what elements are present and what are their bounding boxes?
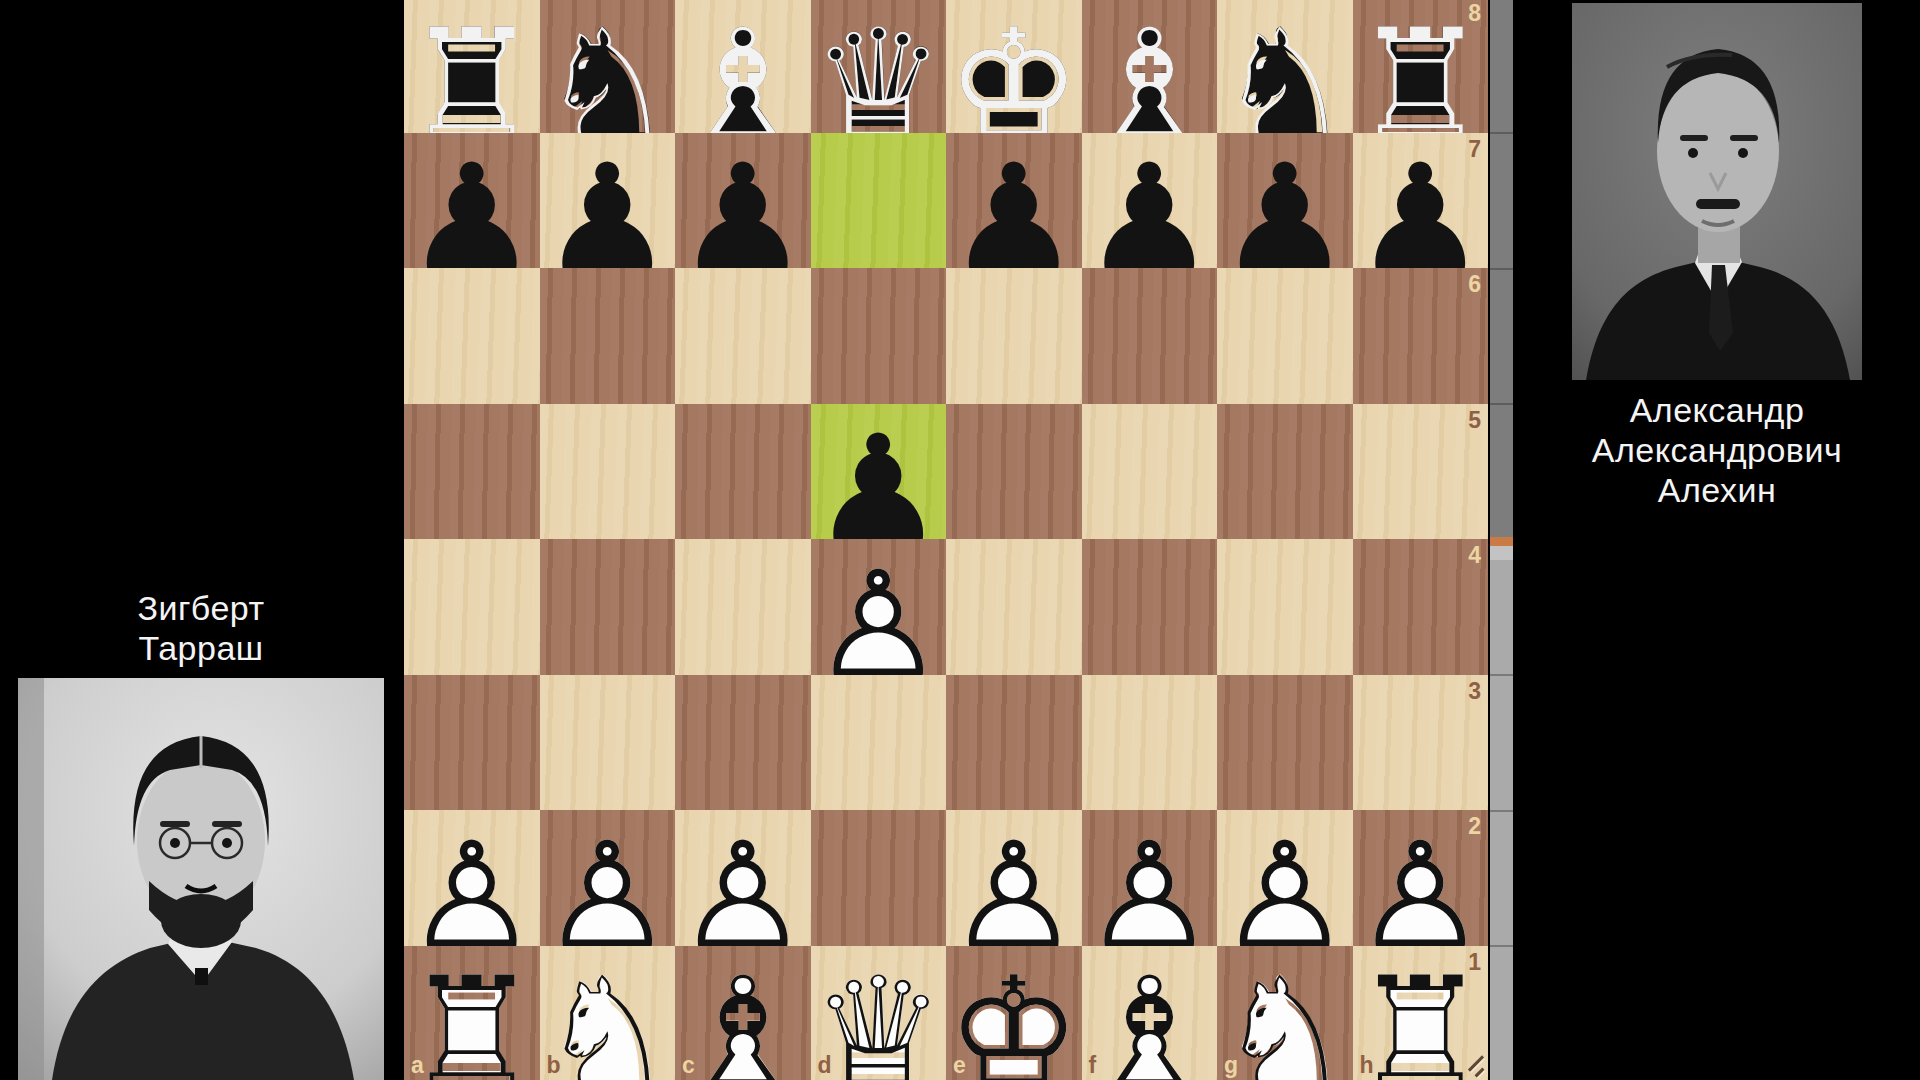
chess-board[interactable]: ♜♖♞♘♝♗♛♕♚♔♝♗♞♘8♜♖♟♙♟♙♟♙♟♙♟♙♟♙7♟♙6♟♙5♟♙43… — [404, 0, 1488, 1080]
square-e6[interactable] — [946, 268, 1082, 404]
square-a1[interactable]: a♜♖ — [404, 946, 540, 1080]
white-bishop-f1[interactable]: ♝♗ — [1082, 946, 1218, 1080]
square-d6[interactable] — [811, 268, 947, 404]
square-a6[interactable] — [404, 268, 540, 404]
square-a3[interactable] — [404, 675, 540, 811]
square-h6[interactable]: 6 — [1353, 268, 1489, 404]
black-rook-h8[interactable]: ♜♖ — [1353, 0, 1489, 133]
square-e5[interactable] — [946, 404, 1082, 540]
square-g5[interactable] — [1217, 404, 1353, 540]
alekhine-photo — [1572, 3, 1862, 380]
board-scrollbar[interactable] — [1490, 0, 1513, 1080]
white-pawn-e2[interactable]: ♟♙ — [946, 810, 1082, 946]
square-g8[interactable]: ♞♘ — [1217, 0, 1353, 133]
black-queen-d8[interactable]: ♛♕ — [811, 0, 947, 133]
square-c1[interactable]: c♝♗ — [675, 946, 811, 1080]
player-name-line: Александр — [1552, 390, 1882, 430]
white-pawn-d4[interactable]: ♟♙ — [811, 539, 947, 675]
rank-label-3: 3 — [1468, 680, 1481, 703]
square-e4[interactable] — [946, 539, 1082, 675]
player-name-line: Александрович — [1552, 430, 1882, 470]
square-f7[interactable]: ♟♙ — [1082, 133, 1218, 269]
square-f8[interactable]: ♝♗ — [1082, 0, 1218, 133]
square-f4[interactable] — [1082, 539, 1218, 675]
square-e8[interactable]: ♚♔ — [946, 0, 1082, 133]
black-rook-a8[interactable]: ♜♖ — [404, 0, 540, 133]
black-bishop-c8[interactable]: ♝♗ — [675, 0, 811, 133]
scrollbar-position-marker — [1490, 537, 1513, 546]
square-c2[interactable]: ♟♙ — [675, 810, 811, 946]
square-h2[interactable]: 2♟♙ — [1353, 810, 1489, 946]
player-name-line: Зигберт — [18, 588, 384, 628]
square-d7[interactable] — [811, 133, 947, 269]
square-c8[interactable]: ♝♗ — [675, 0, 811, 133]
rank-label-4: 4 — [1468, 544, 1481, 567]
black-pawn-c7[interactable]: ♟♙ — [675, 133, 811, 269]
rank-label-6: 6 — [1468, 273, 1481, 296]
square-b8[interactable]: ♞♘ — [540, 0, 676, 133]
square-b2[interactable]: ♟♙ — [540, 810, 676, 946]
square-a8[interactable]: ♜♖ — [404, 0, 540, 133]
white-pawn-c2[interactable]: ♟♙ — [675, 810, 811, 946]
square-e2[interactable]: ♟♙ — [946, 810, 1082, 946]
black-pawn-d5[interactable]: ♟♙ — [811, 404, 947, 540]
white-pawn-h2[interactable]: ♟♙ — [1353, 810, 1489, 946]
square-a2[interactable]: ♟♙ — [404, 810, 540, 946]
square-g2[interactable]: ♟♙ — [1217, 810, 1353, 946]
square-b3[interactable] — [540, 675, 676, 811]
square-b1[interactable]: b♞♘ — [540, 946, 676, 1080]
square-e1[interactable]: e♚♔ — [946, 946, 1082, 1080]
white-knight-b1[interactable]: ♞♘ — [540, 946, 676, 1080]
square-b6[interactable] — [540, 268, 676, 404]
square-g4[interactable] — [1217, 539, 1353, 675]
square-d5[interactable]: ♟♙ — [811, 404, 947, 540]
square-b5[interactable] — [540, 404, 676, 540]
black-king-e8[interactable]: ♚♔ — [946, 0, 1082, 133]
white-pawn-g2[interactable]: ♟♙ — [1217, 810, 1353, 946]
square-h4[interactable]: 4 — [1353, 539, 1489, 675]
tarrasch-photo — [18, 678, 384, 1080]
square-g7[interactable]: ♟♙ — [1217, 133, 1353, 269]
app-window: Зигберт Тарраш ♜♖♞♘♝♗♛♕♚♔♝♗♞♘8♜♖♟♙♟♙♟♙♟♙… — [0, 0, 1920, 1080]
white-queen-d1[interactable]: ♛♕ — [811, 946, 947, 1080]
white-rook-a1[interactable]: ♜♖ — [404, 946, 540, 1080]
square-c6[interactable] — [675, 268, 811, 404]
square-e7[interactable]: ♟♙ — [946, 133, 1082, 269]
square-c3[interactable] — [675, 675, 811, 811]
square-d4[interactable]: ♟♙ — [811, 539, 947, 675]
square-f6[interactable] — [1082, 268, 1218, 404]
square-h7[interactable]: 7♟♙ — [1353, 133, 1489, 269]
player-name-line: Тарраш — [18, 628, 384, 668]
square-a4[interactable] — [404, 539, 540, 675]
black-pawn-b7[interactable]: ♟♙ — [540, 133, 676, 269]
square-c7[interactable]: ♟♙ — [675, 133, 811, 269]
player-name-line: Алехин — [1552, 470, 1882, 510]
black-pawn-g7[interactable]: ♟♙ — [1217, 133, 1353, 269]
square-f2[interactable]: ♟♙ — [1082, 810, 1218, 946]
square-b7[interactable]: ♟♙ — [540, 133, 676, 269]
black-pawn-f7[interactable]: ♟♙ — [1082, 133, 1218, 269]
square-f3[interactable] — [1082, 675, 1218, 811]
resize-grip-icon[interactable] — [1456, 1050, 1488, 1080]
white-pawn-a2[interactable]: ♟♙ — [404, 810, 540, 946]
square-f5[interactable] — [1082, 404, 1218, 540]
square-c5[interactable] — [675, 404, 811, 540]
black-pawn-h7[interactable]: ♟♙ — [1353, 133, 1489, 269]
square-g3[interactable] — [1217, 675, 1353, 811]
white-pawn-b2[interactable]: ♟♙ — [540, 810, 676, 946]
square-f1[interactable]: f♝♗ — [1082, 946, 1218, 1080]
square-h8[interactable]: 8♜♖ — [1353, 0, 1489, 133]
square-h3[interactable]: 3 — [1353, 675, 1489, 811]
square-a7[interactable]: ♟♙ — [404, 133, 540, 269]
square-d2[interactable] — [811, 810, 947, 946]
square-b4[interactable] — [540, 539, 676, 675]
black-pawn-e7[interactable]: ♟♙ — [946, 133, 1082, 269]
player-name-tarrasch: Зигберт Тарраш — [18, 588, 384, 668]
square-c4[interactable] — [675, 539, 811, 675]
white-king-e1[interactable]: ♚♔ — [946, 946, 1082, 1080]
square-a5[interactable] — [404, 404, 540, 540]
square-g6[interactable] — [1217, 268, 1353, 404]
square-e3[interactable] — [946, 675, 1082, 811]
square-d1[interactable]: d♛♕ — [811, 946, 947, 1080]
black-knight-g8[interactable]: ♞♘ — [1217, 0, 1353, 133]
square-g1[interactable]: g♞♘ — [1217, 946, 1353, 1080]
scrollbar-thumb[interactable] — [1490, 546, 1513, 1080]
player-name-alekhine: Александр Александрович Алехин — [1552, 390, 1882, 510]
white-pawn-f2[interactable]: ♟♙ — [1082, 810, 1218, 946]
square-h5[interactable]: 5 — [1353, 404, 1489, 540]
square-d8[interactable]: ♛♕ — [811, 0, 947, 133]
black-pawn-a7[interactable]: ♟♙ — [404, 133, 540, 269]
white-knight-g1[interactable]: ♞♘ — [1217, 946, 1353, 1080]
white-bishop-c1[interactable]: ♝♗ — [675, 946, 811, 1080]
black-bishop-f8[interactable]: ♝♗ — [1082, 0, 1218, 133]
rank-label-5: 5 — [1468, 409, 1481, 432]
square-d3[interactable] — [811, 675, 947, 811]
black-knight-b8[interactable]: ♞♘ — [540, 0, 676, 133]
